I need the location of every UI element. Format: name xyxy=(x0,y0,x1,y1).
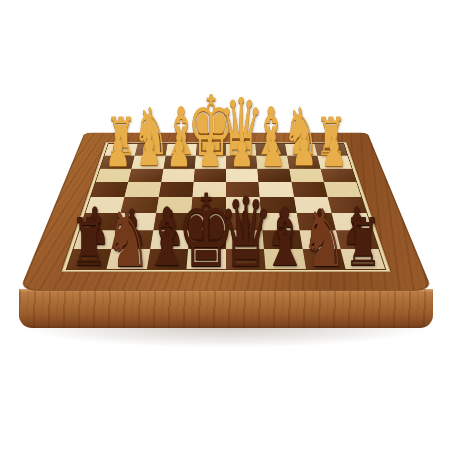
square-g6 xyxy=(116,213,155,230)
box-front-face xyxy=(19,289,433,328)
square-c1 xyxy=(255,144,286,156)
box-top-surface xyxy=(19,133,432,291)
square-f2 xyxy=(163,156,195,169)
square-d3 xyxy=(226,168,259,182)
square-c8 xyxy=(264,249,305,269)
square-b7 xyxy=(299,230,340,249)
square-c2 xyxy=(256,156,288,169)
square-a4 xyxy=(324,182,361,197)
square-a8 xyxy=(340,249,385,269)
square-c3 xyxy=(257,168,291,182)
square-e8 xyxy=(186,249,226,269)
square-a6 xyxy=(331,213,372,230)
square-d6 xyxy=(226,213,263,230)
square-f5 xyxy=(156,197,192,213)
square-h6 xyxy=(80,213,121,230)
square-h4 xyxy=(91,182,128,197)
square-e5 xyxy=(191,197,226,213)
square-f6 xyxy=(153,213,191,230)
square-e7 xyxy=(188,230,226,249)
square-b1 xyxy=(285,144,317,156)
square-h3 xyxy=(96,168,132,182)
square-g7 xyxy=(112,230,153,249)
square-b2 xyxy=(287,156,321,169)
square-e1 xyxy=(196,144,226,156)
square-h2 xyxy=(100,156,135,169)
square-b5 xyxy=(294,197,332,213)
square-h5 xyxy=(86,197,125,213)
square-c7 xyxy=(263,230,303,249)
square-g5 xyxy=(121,197,159,213)
chess-board xyxy=(67,144,385,270)
square-d8 xyxy=(226,249,266,269)
square-h8 xyxy=(67,249,112,269)
square-d1 xyxy=(226,144,256,156)
square-e6 xyxy=(189,213,226,230)
square-c4 xyxy=(259,182,294,197)
square-g8 xyxy=(107,249,150,269)
square-e4 xyxy=(192,182,226,197)
square-d7 xyxy=(226,230,264,249)
square-e3 xyxy=(193,168,226,182)
square-g2 xyxy=(132,156,166,169)
square-g1 xyxy=(135,144,167,156)
square-f4 xyxy=(158,182,193,197)
square-b4 xyxy=(291,182,327,197)
square-d5 xyxy=(226,197,261,213)
chess-set-photo: ♜♞♝♚♛♝♞♜♟♟♟♟♟♟♟♟♟♟♟♟♟♟♟♟♜♞♝♚♛♝♞♜ xyxy=(0,0,452,452)
square-c5 xyxy=(260,197,296,213)
square-f1 xyxy=(165,144,196,156)
square-d4 xyxy=(226,182,260,197)
square-b8 xyxy=(302,249,345,269)
square-g3 xyxy=(128,168,163,182)
square-f3 xyxy=(161,168,195,182)
square-d2 xyxy=(226,156,257,169)
square-h1 xyxy=(105,144,138,156)
square-a1 xyxy=(314,144,347,156)
square-f7 xyxy=(150,230,190,249)
square-b3 xyxy=(289,168,324,182)
square-h7 xyxy=(74,230,117,249)
square-a2 xyxy=(317,156,352,169)
square-f8 xyxy=(146,249,187,269)
square-c6 xyxy=(261,213,299,230)
square-a5 xyxy=(327,197,366,213)
square-a3 xyxy=(320,168,356,182)
square-e2 xyxy=(195,156,226,169)
square-g4 xyxy=(125,182,161,197)
square-b6 xyxy=(296,213,335,230)
square-a7 xyxy=(336,230,379,249)
